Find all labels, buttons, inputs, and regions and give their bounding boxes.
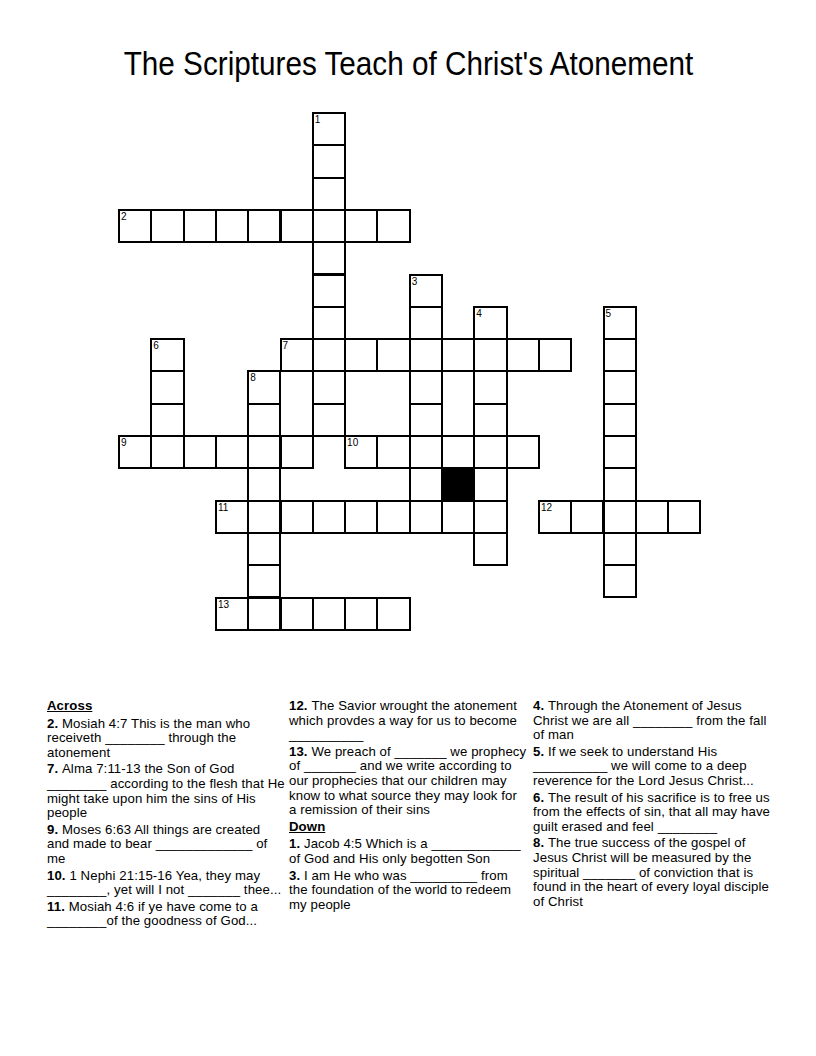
grid-cell[interactable] [247, 209, 281, 243]
grid-cell[interactable] [635, 500, 669, 534]
clue-column-2: 12. The Savior wrought the atonement whi… [289, 699, 527, 914]
clue-number: 13 [218, 599, 229, 610]
grid-cell[interactable] [312, 274, 346, 308]
clue-number-label: 4. [533, 698, 548, 713]
clue-number-label: 12. [289, 698, 311, 713]
clue-text: If we seek to understand His __________ … [533, 744, 754, 788]
grid-cell[interactable]: 12 [538, 500, 572, 534]
grid-cell[interactable]: 11 [215, 500, 249, 534]
grid-cell[interactable] [376, 500, 410, 534]
clue-number: 10 [347, 437, 358, 448]
grid-cell[interactable] [473, 338, 507, 372]
clue-number-label: 9. [47, 822, 62, 837]
clue-number-label: 7. [47, 761, 62, 776]
grid-cell[interactable] [473, 403, 507, 437]
grid-cell[interactable] [183, 435, 217, 469]
clue-text: Mosiah 4:6 if ye have come to a ________… [47, 899, 258, 929]
clue-8-down: 8. The true success of the gospel of Jes… [533, 836, 771, 909]
clue-number-label: 3. [289, 868, 304, 883]
grid-cell[interactable] [247, 403, 281, 437]
grid-cell[interactable] [603, 532, 637, 566]
section-header-down: Down [289, 820, 527, 835]
grid-cell[interactable] [603, 467, 637, 501]
grid-cell[interactable] [247, 500, 281, 534]
grid-cell[interactable]: 7 [280, 338, 314, 372]
grid-cell[interactable] [409, 338, 443, 372]
grid-cell[interactable] [409, 435, 443, 469]
clue-text: Through the Atonement of Jesus Christ we… [533, 698, 766, 742]
clue-6-down: 6. The result of his sacrifice is to fre… [533, 791, 771, 835]
blocked-cell [441, 467, 475, 501]
grid-cell[interactable]: 6 [150, 338, 184, 372]
clue-text: The true success of the gospel of Jesus … [533, 835, 769, 908]
clue-number-label: 13. [289, 744, 311, 759]
grid-cell[interactable] [215, 209, 249, 243]
grid-cell[interactable] [506, 435, 540, 469]
clue-3-down: 3. I am He who was _________ from the fo… [289, 869, 527, 913]
clue-number-label: 1. [289, 836, 304, 851]
clue-text: Jacob 4:5 Which is a ____________ of God… [289, 836, 521, 866]
grid-cell[interactable] [150, 435, 184, 469]
clue-text: Moses 6:63 All things are created and ma… [47, 822, 267, 866]
grid-cell[interactable] [280, 500, 314, 534]
grid-cell[interactable] [473, 435, 507, 469]
grid-cell[interactable] [603, 564, 637, 598]
clue-number-label: 2. [47, 716, 62, 731]
grid-cell[interactable] [409, 370, 443, 404]
grid-cell[interactable] [312, 338, 346, 372]
grid-cell[interactable] [247, 435, 281, 469]
clue-number: 12 [541, 502, 552, 513]
page-title: The Scriptures Teach of Christ's Atoneme… [0, 45, 816, 83]
grid-cell[interactable] [506, 338, 540, 372]
grid-cell[interactable] [150, 370, 184, 404]
grid-cell[interactable] [183, 209, 217, 243]
clue-number: 2 [121, 211, 127, 222]
clue-column-3: 4. Through the Atonement of Jesus Christ… [533, 699, 771, 911]
grid-cell[interactable] [312, 370, 346, 404]
grid-cell[interactable]: 5 [603, 306, 637, 340]
clue-text: We preach of _______ we prophecy of ____… [289, 744, 526, 817]
grid-cell[interactable] [312, 597, 346, 631]
clue-11-across: 11. Mosiah 4:6 if ye have come to a ____… [47, 900, 285, 929]
clue-number-label: 10. [47, 868, 69, 883]
grid-cell[interactable] [312, 306, 346, 340]
grid-cell[interactable] [473, 532, 507, 566]
grid-cell[interactable] [603, 370, 637, 404]
clue-text: Mosiah 4:7 This is the man who receiveth… [47, 716, 250, 760]
grid-cell[interactable] [312, 403, 346, 437]
grid-cell[interactable] [603, 500, 637, 534]
grid-cell[interactable] [344, 338, 378, 372]
grid-cell[interactable] [376, 338, 410, 372]
grid-cell[interactable]: 9 [118, 435, 152, 469]
grid-cell[interactable] [376, 209, 410, 243]
grid-cell[interactable] [215, 435, 249, 469]
clue-number: 6 [153, 340, 159, 351]
clue-number-label: 11. [47, 899, 69, 914]
grid-cell[interactable] [280, 597, 314, 631]
grid-cell[interactable] [376, 597, 410, 631]
clue-4-down: 4. Through the Atonement of Jesus Christ… [533, 699, 771, 743]
section-header-across: Across [47, 699, 285, 714]
grid-cell[interactable] [312, 209, 346, 243]
clue-9-across: 9. Moses 6:63 All things are created and… [47, 823, 285, 867]
clue-text: The result of his sacrifice is to free u… [533, 790, 770, 834]
clue-number: 1 [315, 114, 321, 125]
grid-cell[interactable]: 4 [473, 306, 507, 340]
clue-2-across: 2. Mosiah 4:7 This is the man who receiv… [47, 717, 285, 761]
grid-cell[interactable] [441, 338, 475, 372]
clue-number: 4 [476, 308, 482, 319]
clue-column-1: Across2. Mosiah 4:7 This is the man who … [47, 699, 285, 931]
clue-number: 11 [218, 502, 228, 513]
clue-1-down: 1. Jacob 4:5 Which is a ____________ of … [289, 837, 527, 866]
clue-number: 9 [121, 437, 127, 448]
grid-cell[interactable]: 10 [344, 435, 378, 469]
grid-cell[interactable]: 3 [409, 274, 443, 308]
clue-text: The Savior wrought the atonement which p… [289, 698, 517, 742]
grid-cell[interactable] [280, 209, 314, 243]
grid-cell[interactable] [344, 209, 378, 243]
grid-cell[interactable] [247, 532, 281, 566]
clue-7-across: 7. Alma 7:11-13 the Son of God ________ … [47, 762, 285, 820]
clue-number-label: 6. [533, 790, 548, 805]
grid-cell[interactable] [473, 467, 507, 501]
grid-cell[interactable] [344, 597, 378, 631]
grid-cell[interactable] [312, 144, 346, 178]
clue-text: I am He who was _________ from the found… [289, 868, 511, 912]
clue-12-across: 12. The Savior wrought the atonement whi… [289, 699, 527, 743]
grid-cell[interactable] [150, 403, 184, 437]
grid-cell[interactable] [376, 435, 410, 469]
grid-cell[interactable] [312, 500, 346, 534]
clue-number-label: 5. [533, 744, 548, 759]
clue-number-label: 8. [533, 835, 548, 850]
grid-cell[interactable]: 8 [247, 370, 281, 404]
grid-cell[interactable] [473, 500, 507, 534]
grid-cell[interactable] [312, 177, 346, 211]
clue-number: 3 [412, 276, 418, 287]
grid-cell[interactable]: 1 [312, 112, 346, 146]
grid-cell[interactable] [538, 338, 572, 372]
grid-cell[interactable] [441, 500, 475, 534]
page-title-text: The Scriptures Teach of Christ's Atoneme… [123, 45, 693, 83]
grid-cell[interactable] [441, 435, 475, 469]
grid-cell[interactable] [603, 435, 637, 469]
grid-cell[interactable] [570, 500, 604, 534]
clue-number: 7 [283, 340, 289, 351]
grid-cell[interactable] [280, 435, 314, 469]
clue-number: 8 [250, 372, 256, 383]
clue-text: Alma 7:11-13 the Son of God ________ acc… [47, 761, 285, 820]
clue-10-across: 10. 1 Nephi 21:15-16 Yea, they may _____… [47, 869, 285, 898]
grid-cell[interactable] [150, 209, 184, 243]
grid-cell[interactable] [344, 500, 378, 534]
grid-cell[interactable] [312, 241, 346, 275]
clue-text: 1 Nephi 21:15-16 Yea, they may ________,… [47, 868, 281, 898]
grid-cell[interactable] [603, 403, 637, 437]
grid-cell[interactable] [247, 564, 281, 598]
grid-cell[interactable]: 13 [215, 597, 249, 631]
grid-cell[interactable] [409, 500, 443, 534]
grid-cell[interactable] [247, 597, 281, 631]
grid-cell[interactable] [409, 403, 443, 437]
grid-cell[interactable]: 2 [118, 209, 152, 243]
clue-13-across: 13. We preach of _______ we prophecy of … [289, 745, 527, 818]
grid-cell[interactable] [473, 370, 507, 404]
grid-cell[interactable] [409, 306, 443, 340]
grid-cell[interactable] [247, 467, 281, 501]
clue-5-down: 5. If we seek to understand His ________… [533, 745, 771, 789]
grid-cell[interactable] [667, 500, 701, 534]
grid-cell[interactable] [409, 467, 443, 501]
clue-number: 5 [606, 308, 612, 319]
grid-cell[interactable] [603, 338, 637, 372]
